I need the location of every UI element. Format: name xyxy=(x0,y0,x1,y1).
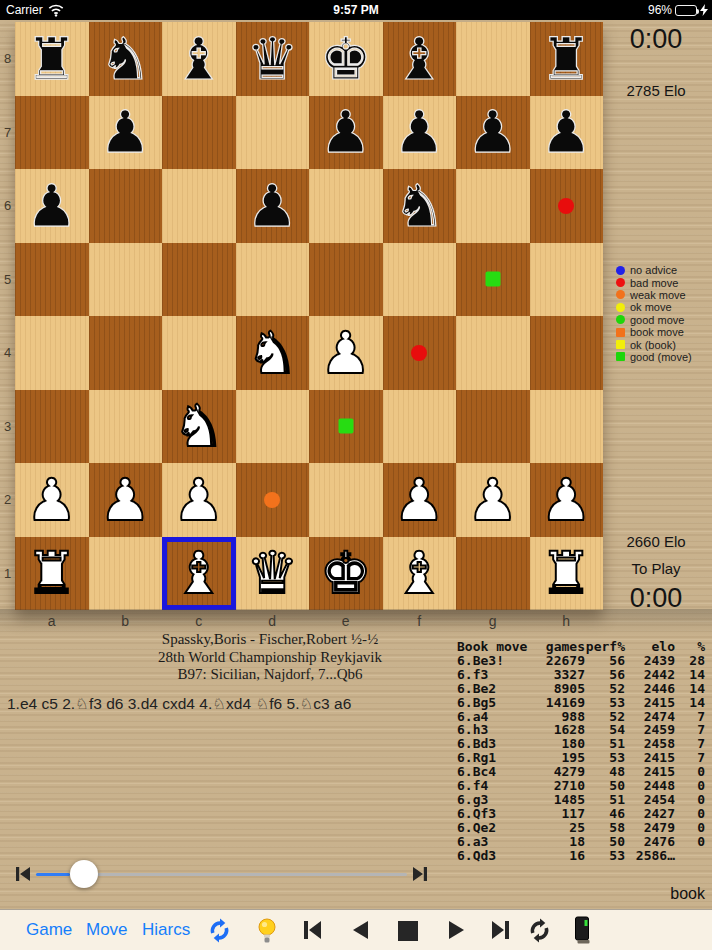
square-g7[interactable]: ♟ xyxy=(456,96,530,170)
piece-black-knight: ♞ xyxy=(383,169,457,243)
square-e4[interactable]: ♟ xyxy=(309,316,383,390)
piece-black-pawn: ♟ xyxy=(309,96,383,170)
book-games: 25 xyxy=(531,821,585,835)
piece-black-bishop: ♝ xyxy=(383,22,457,96)
status-bar: 9:57 PM Carrier 96% xyxy=(0,0,712,20)
book-move-row[interactable]: 6.Qf3 117 46 2427 0 xyxy=(457,807,705,821)
book-pct: 7 xyxy=(675,723,705,737)
square-h6[interactable] xyxy=(530,169,604,243)
rank-label-4: 4 xyxy=(0,316,15,390)
square-a4[interactable] xyxy=(15,316,89,390)
square-h2[interactable]: ♟ xyxy=(530,463,604,537)
book-perf: 50 xyxy=(585,779,625,793)
legend-item: book move xyxy=(616,326,712,338)
square-c1[interactable]: ♝ xyxy=(162,537,236,611)
square-b4[interactable] xyxy=(89,316,163,390)
rank-label-6: 6 xyxy=(0,169,15,243)
square-e1[interactable]: ♚ xyxy=(309,537,383,611)
piece-black-bishop: ♝ xyxy=(162,22,236,96)
square-a5[interactable] xyxy=(15,243,89,317)
marker-bad-move-icon xyxy=(411,345,427,361)
legend-item-label: no advice xyxy=(630,264,677,276)
legend-dot-icon xyxy=(616,315,625,324)
legend-dot-icon xyxy=(616,266,625,275)
legend-item: weak move xyxy=(616,289,712,301)
book-move: 6.f4 xyxy=(457,779,531,793)
square-a1[interactable]: ♜ xyxy=(15,537,89,611)
square-f8[interactable]: ♝ xyxy=(383,22,457,96)
square-a6[interactable]: ♟ xyxy=(15,169,89,243)
marker-weak-move-icon xyxy=(264,492,280,508)
square-a3[interactable] xyxy=(15,390,89,464)
step-back-icon[interactable] xyxy=(349,919,371,941)
book-perf: 50 xyxy=(585,835,625,849)
legend-dot-icon xyxy=(616,303,625,312)
book-move: 6.Be2 xyxy=(457,682,531,696)
book-move: 6.Bd3 xyxy=(457,737,531,751)
bottom-toolbar: Game Move Hiarcs xyxy=(0,909,712,950)
square-b8[interactable]: ♞ xyxy=(89,22,163,96)
book-move: 6.a4 xyxy=(457,710,531,724)
square-f5[interactable] xyxy=(383,243,457,317)
book-games: 3327 xyxy=(531,668,585,682)
book-games: 988 xyxy=(531,710,585,724)
refresh-icon[interactable] xyxy=(527,918,552,943)
players-result: Spassky,Boris - Fischer,Robert ½-½ xyxy=(20,631,520,649)
piece-white-pawn: ♟ xyxy=(530,463,604,537)
square-f1[interactable]: ♝ xyxy=(383,537,457,611)
book-perf: 56 xyxy=(585,654,625,668)
book-elo: 2454 xyxy=(625,793,675,807)
legend-dot-icon xyxy=(616,278,625,287)
slider-skip-end-icon[interactable] xyxy=(411,865,429,883)
book-header-pct: % xyxy=(675,640,705,654)
legend-square-icon xyxy=(616,352,625,361)
book-move-row[interactable]: 6.h3 1628 54 2459 7 xyxy=(457,723,705,737)
black-clock: 0:00 xyxy=(600,24,712,55)
book-pct: 0 xyxy=(675,835,705,849)
piece-black-knight: ♞ xyxy=(89,22,163,96)
legend-item: ok move xyxy=(616,301,712,313)
book-pct: 7 xyxy=(675,751,705,765)
book-move-row[interactable]: 6.Rg1 195 53 2415 7 xyxy=(457,751,705,765)
book-perf: 51 xyxy=(585,737,625,751)
book-games: 195 xyxy=(531,751,585,765)
square-c8[interactable]: ♝ xyxy=(162,22,236,96)
book-games: 2710 xyxy=(531,779,585,793)
piece-white-pawn: ♟ xyxy=(309,316,383,390)
piece-black-pawn: ♟ xyxy=(236,169,310,243)
carrier-label: Carrier xyxy=(6,3,43,17)
book-elo: 2448 xyxy=(625,779,675,793)
square-g3[interactable] xyxy=(456,390,530,464)
book-elo: 2427 xyxy=(625,807,675,821)
square-b5[interactable] xyxy=(89,243,163,317)
piece-white-knight: ♞ xyxy=(162,390,236,464)
book-move-row[interactable]: 6.f4 2710 50 2448 0 xyxy=(457,779,705,793)
white-clock: 0:00 xyxy=(600,583,712,614)
engine-computer-icon[interactable] xyxy=(572,916,593,945)
book-elo: 2476 xyxy=(625,835,675,849)
square-b6[interactable] xyxy=(89,169,163,243)
book-move-row[interactable]: 6.a4 988 52 2474 7 xyxy=(457,710,705,724)
rank-labels: 87654321 xyxy=(0,22,15,610)
battery-icon xyxy=(675,5,697,16)
charging-bolt-icon xyxy=(700,4,708,16)
status-time: 9:57 PM xyxy=(0,3,712,17)
piece-black-rook: ♜ xyxy=(530,22,604,96)
legend-item: ok (book) xyxy=(616,338,712,350)
book-elo: 2459 xyxy=(625,723,675,737)
chess-app-screen: 9:57 PM Carrier 96% 87654321 ♜♞♝♛♚♝♜♟♟♟♟… xyxy=(0,0,712,950)
book-games: 1628 xyxy=(531,723,585,737)
square-d6[interactable]: ♟ xyxy=(236,169,310,243)
square-g5[interactable] xyxy=(456,243,530,317)
legend-item: good (move) xyxy=(616,351,712,363)
white-elo-label: 2660 Elo xyxy=(600,533,712,550)
square-g8[interactable] xyxy=(456,22,530,96)
legend-item-label: ok (book) xyxy=(630,339,676,351)
book-move: 6.g3 xyxy=(457,793,531,807)
piece-black-pawn: ♟ xyxy=(383,96,457,170)
book-games: 22679 xyxy=(531,654,585,668)
step-forward-icon[interactable] xyxy=(446,919,468,941)
game-menu-button[interactable]: Game xyxy=(26,910,72,950)
book-move: 6.a3 xyxy=(457,835,531,849)
hint-lightbulb-icon[interactable] xyxy=(256,917,278,945)
square-e7[interactable]: ♟ xyxy=(309,96,383,170)
square-d1[interactable]: ♛ xyxy=(236,537,310,611)
book-games: 180 xyxy=(531,737,585,751)
legend-item-label: bad move xyxy=(630,277,678,289)
book-pct: 14 xyxy=(675,696,705,710)
square-g4[interactable] xyxy=(456,316,530,390)
book-elo: 2415 xyxy=(625,765,675,779)
book-move-row[interactable]: 6.Bd3 180 51 2458 7 xyxy=(457,737,705,751)
square-c5[interactable] xyxy=(162,243,236,317)
square-h3[interactable] xyxy=(530,390,604,464)
piece-black-king: ♚ xyxy=(309,22,383,96)
square-b3[interactable] xyxy=(89,390,163,464)
book-perf: 52 xyxy=(585,682,625,696)
book-perf: 58 xyxy=(585,821,625,835)
square-f6[interactable]: ♞ xyxy=(383,169,457,243)
legend-item-label: ok move xyxy=(630,301,672,313)
piece-black-pawn: ♟ xyxy=(15,169,89,243)
book-move: 6.f3 xyxy=(457,668,531,682)
square-h7[interactable]: ♟ xyxy=(530,96,604,170)
piece-white-bishop: ♝ xyxy=(162,537,236,611)
book-table-body: 6.Be3! 22679 56 2439 28 6.f3 3327 56 244… xyxy=(457,654,705,863)
square-c6[interactable] xyxy=(162,169,236,243)
book-move-row[interactable]: 6.a3 18 50 2476 0 xyxy=(457,835,705,849)
book-pct: 0 xyxy=(675,807,705,821)
piece-white-pawn: ♟ xyxy=(15,463,89,537)
square-c4[interactable] xyxy=(162,316,236,390)
book-header-perf: perf% xyxy=(585,640,625,654)
game-header: Spassky,Boris - Fischer,Robert ½-½ 28th … xyxy=(20,631,520,684)
book-header-games: games xyxy=(531,640,585,654)
square-c3[interactable]: ♞ xyxy=(162,390,236,464)
move-menu-button[interactable]: Move xyxy=(86,910,128,950)
square-b1[interactable] xyxy=(89,537,163,611)
book-games: 14169 xyxy=(531,696,585,710)
piece-black-rook: ♜ xyxy=(15,22,89,96)
square-e3[interactable] xyxy=(309,390,383,464)
book-pct: 7 xyxy=(675,737,705,751)
book-move-row[interactable]: 6.Be3! 22679 56 2439 28 xyxy=(457,654,705,668)
square-e8[interactable]: ♚ xyxy=(309,22,383,96)
square-h4[interactable] xyxy=(530,316,604,390)
engine-menu-button[interactable]: Hiarcs xyxy=(142,910,190,950)
square-g1[interactable] xyxy=(456,537,530,611)
legend-item: good move xyxy=(616,314,712,326)
slider-fill xyxy=(36,873,70,876)
piece-white-bishop: ♝ xyxy=(383,537,457,611)
legend-square-icon xyxy=(616,340,625,349)
piece-black-queen: ♛ xyxy=(236,22,310,96)
book-move: 6.Qf3 xyxy=(457,807,531,821)
book-pct: 0 xyxy=(675,779,705,793)
piece-black-pawn: ♟ xyxy=(456,96,530,170)
book-move: 6.Bc4 xyxy=(457,765,531,779)
square-e6[interactable] xyxy=(309,169,383,243)
piece-white-rook: ♜ xyxy=(530,537,604,611)
square-h5[interactable] xyxy=(530,243,604,317)
slider-knob[interactable] xyxy=(70,860,98,888)
book-games: 1485 xyxy=(531,793,585,807)
book-elo: 2446 xyxy=(625,682,675,696)
square-a2[interactable]: ♟ xyxy=(15,463,89,537)
book-perf: 52 xyxy=(585,710,625,724)
book-perf: 53 xyxy=(585,751,625,765)
piece-black-pawn: ♟ xyxy=(530,96,604,170)
rank-label-3: 3 xyxy=(0,390,15,464)
rank-label-2: 2 xyxy=(0,463,15,537)
black-elo-label: 2785 Elo xyxy=(600,82,712,99)
book-pct: 14 xyxy=(675,682,705,696)
game-position-slider xyxy=(0,858,712,892)
book-elo: 2442 xyxy=(625,668,675,682)
square-h1[interactable]: ♜ xyxy=(530,537,604,611)
book-elo: 2439 xyxy=(625,654,675,668)
skip-to-end-icon[interactable] xyxy=(490,919,512,941)
piece-white-knight: ♞ xyxy=(236,316,310,390)
square-d5[interactable] xyxy=(236,243,310,317)
book-move-row[interactable]: 6.Qe2 25 58 2479 0 xyxy=(457,821,705,835)
book-move-row[interactable]: 6.Bg5 14169 53 2415 14 xyxy=(457,696,705,710)
book-pct: 0 xyxy=(675,765,705,779)
move-list: 1.e4 c5 2.♘f3 d6 3.d4 cxd4 4.♘xd4 ♘f6 5.… xyxy=(7,695,447,713)
square-c2[interactable]: ♟ xyxy=(162,463,236,537)
rank-label-8: 8 xyxy=(0,22,15,96)
square-h8[interactable]: ♜ xyxy=(530,22,604,96)
square-e2[interactable] xyxy=(309,463,383,537)
book-perf: 51 xyxy=(585,793,625,807)
piece-white-queen: ♛ xyxy=(236,537,310,611)
book-perf: 53 xyxy=(585,696,625,710)
book-table: Book move games perf% elo % 6.Be3! 22679… xyxy=(457,640,705,863)
chess-board: ♜♞♝♛♚♝♜♟♟♟♟♟♟♟♞♞♟♞♟♟♟♟♟♟♜♝♛♚♝♜ xyxy=(15,22,603,610)
book-perf: 56 xyxy=(585,668,625,682)
legend-item-label: weak move xyxy=(630,289,686,301)
piece-white-rook: ♜ xyxy=(15,537,89,611)
legend-dot-icon xyxy=(616,290,625,299)
book-elo: 2415 xyxy=(625,751,675,765)
book-elo: 2479 xyxy=(625,821,675,835)
square-d8[interactable]: ♛ xyxy=(236,22,310,96)
book-move: 6.Be3! xyxy=(457,654,531,668)
square-g2[interactable]: ♟ xyxy=(456,463,530,537)
book-move: 6.h3 xyxy=(457,723,531,737)
square-f3[interactable] xyxy=(383,390,457,464)
wifi-icon xyxy=(48,4,64,17)
marker-good-book-move-icon xyxy=(485,272,500,287)
square-f2[interactable]: ♟ xyxy=(383,463,457,537)
piece-white-pawn: ♟ xyxy=(456,463,530,537)
square-d2[interactable] xyxy=(236,463,310,537)
book-elo: 2474 xyxy=(625,710,675,724)
event-name: 28th World Championship Reykjavik xyxy=(20,649,520,667)
book-header-elo: elo xyxy=(625,640,675,654)
book-header-move: Book move xyxy=(457,640,531,654)
file-label-h: h xyxy=(530,610,604,634)
piece-white-pawn: ♟ xyxy=(383,463,457,537)
rank-label-7: 7 xyxy=(0,96,15,170)
piece-white-pawn: ♟ xyxy=(162,463,236,537)
opening-name: B97: Sicilian, Najdorf, 7...Qb6 xyxy=(20,666,520,684)
marker-bad-move-icon xyxy=(558,198,574,214)
square-f7[interactable]: ♟ xyxy=(383,96,457,170)
slider-skip-start-icon[interactable] xyxy=(14,865,32,883)
legend-item-label: good move xyxy=(630,314,684,326)
book-pct: 7 xyxy=(675,710,705,724)
book-elo: 2415 xyxy=(625,696,675,710)
book-pct: 0 xyxy=(675,793,705,807)
book-move: 6.Bg5 xyxy=(457,696,531,710)
book-pct: 14 xyxy=(675,668,705,682)
to-play-label: To Play xyxy=(600,560,712,577)
book-pct: 0 xyxy=(675,821,705,835)
book-table-header: Book move games perf% elo % xyxy=(457,640,705,654)
book-games: 4279 xyxy=(531,765,585,779)
legend-item-label: book move xyxy=(630,326,684,338)
book-perf: 48 xyxy=(585,765,625,779)
legend-item: bad move xyxy=(616,276,712,288)
battery-percent: 96% xyxy=(648,3,672,17)
flip-board-icon[interactable] xyxy=(207,918,232,943)
skip-to-start-icon[interactable] xyxy=(301,919,323,941)
book-perf: 46 xyxy=(585,807,625,821)
book-games: 18 xyxy=(531,835,585,849)
square-d4[interactable]: ♞ xyxy=(236,316,310,390)
square-c7[interactable] xyxy=(162,96,236,170)
square-f4[interactable] xyxy=(383,316,457,390)
square-b7[interactable]: ♟ xyxy=(89,96,163,170)
piece-white-king: ♚ xyxy=(309,537,383,611)
square-b2[interactable]: ♟ xyxy=(89,463,163,537)
piece-black-pawn: ♟ xyxy=(89,96,163,170)
square-a8[interactable]: ♜ xyxy=(15,22,89,96)
book-move-row[interactable]: 6.g3 1485 51 2454 0 xyxy=(457,793,705,807)
book-elo: 2458 xyxy=(625,737,675,751)
book-move-row[interactable]: 6.Bc4 4279 48 2415 0 xyxy=(457,765,705,779)
piece-white-pawn: ♟ xyxy=(89,463,163,537)
marker-good-book-move-icon xyxy=(338,419,353,434)
book-pct: 28 xyxy=(675,654,705,668)
book-move-row[interactable]: 6.Be2 8905 52 2446 14 xyxy=(457,682,705,696)
book-move: 6.Rg1 xyxy=(457,751,531,765)
book-perf: 54 xyxy=(585,723,625,737)
legend-square-icon xyxy=(616,328,625,337)
square-g6[interactable] xyxy=(456,169,530,243)
square-d3[interactable] xyxy=(236,390,310,464)
legend-item-label: good (move) xyxy=(630,351,692,363)
square-a7[interactable] xyxy=(15,96,89,170)
square-d7[interactable] xyxy=(236,96,310,170)
rank-label-1: 1 xyxy=(0,537,15,611)
book-games: 117 xyxy=(531,807,585,821)
legend: no advice bad move weak move ok move goo… xyxy=(616,264,712,363)
book-games: 8905 xyxy=(531,682,585,696)
rank-label-5: 5 xyxy=(0,243,15,317)
book-move-row[interactable]: 6.f3 3327 56 2442 14 xyxy=(457,668,705,682)
legend-item: no advice xyxy=(616,264,712,276)
book-move: 6.Qe2 xyxy=(457,821,531,835)
stop-icon[interactable] xyxy=(396,919,420,943)
square-e5[interactable] xyxy=(309,243,383,317)
